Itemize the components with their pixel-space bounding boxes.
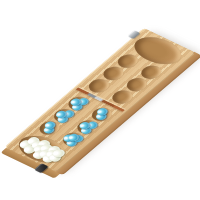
mancala-board (4, 28, 196, 173)
pit-grid (5, 28, 199, 173)
board-top-face (4, 28, 196, 173)
